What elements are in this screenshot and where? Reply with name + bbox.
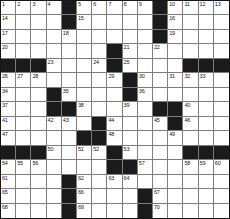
- cell-r6c3[interactable]: 28: [31, 73, 46, 87]
- cell-r2c13[interactable]: [183, 15, 198, 29]
- cell-r11c12[interactable]: [168, 146, 183, 160]
- cell-r8c10[interactable]: [138, 102, 153, 116]
- cell-r10c11[interactable]: [153, 131, 168, 145]
- cell-r1c2[interactable]: 2: [16, 1, 31, 15]
- cell-r1c3[interactable]: 3: [31, 1, 46, 15]
- cell-r3c1[interactable]: 17: [1, 30, 16, 44]
- cell-r8c4-black: [47, 102, 62, 116]
- clue-number: 25: [124, 59, 130, 65]
- cell-r4c1[interactable]: 20: [1, 44, 16, 58]
- cell-r9c8[interactable]: 44: [107, 117, 122, 131]
- cell-r10c6-black: [77, 131, 92, 145]
- cell-r14c1[interactable]: 65: [1, 189, 16, 203]
- clue-number: 57: [139, 160, 145, 166]
- cell-r9c1[interactable]: 41: [1, 117, 16, 131]
- clue-number: 37: [2, 102, 8, 108]
- clue-number: 32: [184, 73, 190, 79]
- cell-r13c14[interactable]: [199, 175, 214, 189]
- cell-r5c13-black: [183, 59, 198, 73]
- cell-r5c11[interactable]: [153, 59, 168, 73]
- clue-number: 13: [215, 1, 221, 7]
- cell-r13c8[interactable]: 63: [107, 175, 122, 189]
- clue-number: 12: [200, 1, 206, 7]
- cell-r15c7[interactable]: [92, 204, 107, 218]
- cell-r15c13[interactable]: [183, 204, 198, 218]
- cell-r12c6[interactable]: [77, 160, 92, 174]
- cell-r9c13[interactable]: 46: [183, 117, 198, 131]
- clue-number: 30: [139, 73, 145, 79]
- cell-r8c7[interactable]: [92, 102, 107, 116]
- clue-number: 43: [63, 117, 69, 123]
- cell-r3c5[interactable]: 18: [62, 30, 77, 44]
- clue-number: 35: [63, 88, 69, 94]
- cell-r12c7[interactable]: [92, 160, 107, 174]
- clue-number: 60: [215, 160, 221, 166]
- cell-r6c12[interactable]: 31: [168, 73, 183, 87]
- cell-r13c5-black: [62, 175, 77, 189]
- cell-r6c6[interactable]: [77, 73, 92, 87]
- cell-r14c3[interactable]: [31, 189, 46, 203]
- cell-r9c15[interactable]: [214, 117, 229, 131]
- cell-r15c8[interactable]: [107, 204, 122, 218]
- clue-number: 68: [2, 204, 8, 210]
- cell-r14c6[interactable]: 66: [77, 189, 92, 203]
- cell-r12c5[interactable]: [62, 160, 77, 174]
- cell-r13c3[interactable]: [31, 175, 46, 189]
- cell-r4c6[interactable]: [77, 44, 92, 58]
- cell-r12c10[interactable]: 57: [138, 160, 153, 174]
- cell-r5c14-black: [199, 59, 214, 73]
- cell-r2c1[interactable]: 14: [1, 15, 16, 29]
- cell-r7c13[interactable]: [183, 88, 198, 102]
- clue-number: 19: [169, 30, 175, 36]
- cell-r5c8-black: [107, 59, 122, 73]
- cell-r5c3-black: [31, 59, 46, 73]
- cell-r5c4[interactable]: 23: [47, 59, 62, 73]
- cell-r3c2[interactable]: [16, 30, 31, 44]
- cell-r2c12[interactable]: 16: [168, 15, 183, 29]
- cell-r10c10[interactable]: [138, 131, 153, 145]
- cell-r11c9[interactable]: 53: [123, 146, 138, 160]
- cell-r15c2[interactable]: [16, 204, 31, 218]
- cell-r12c15[interactable]: 60: [214, 160, 229, 174]
- cell-r1c7[interactable]: 6: [92, 1, 107, 15]
- cell-r11c2-black: [16, 146, 31, 160]
- clue-number: 16: [169, 15, 175, 21]
- cell-r4c15[interactable]: [214, 44, 229, 58]
- clue-number: 27: [17, 73, 23, 79]
- cell-r5c12[interactable]: [168, 59, 183, 73]
- cell-r2c10[interactable]: [138, 15, 153, 29]
- cell-r4c7[interactable]: [92, 44, 107, 58]
- clue-number: 51: [78, 146, 84, 152]
- cell-r12c14[interactable]: 59: [199, 160, 214, 174]
- cell-r7c8[interactable]: [107, 88, 122, 102]
- cell-r1c15[interactable]: 13: [214, 1, 229, 15]
- cell-r11c1-black: [1, 146, 16, 160]
- clue-number: 58: [184, 160, 190, 166]
- clue-number: 40: [184, 102, 190, 108]
- clue-number: 66: [78, 189, 84, 195]
- cell-r2c15[interactable]: [214, 15, 229, 29]
- cell-r10c14[interactable]: [199, 131, 214, 145]
- cell-r6c14[interactable]: 33: [199, 73, 214, 87]
- cell-r11c15-black: [214, 146, 229, 160]
- cell-r1c6[interactable]: 5: [77, 1, 92, 15]
- clue-number: 64: [124, 175, 130, 181]
- clue-number: 3: [32, 1, 35, 7]
- cell-r10c12[interactable]: 49: [168, 131, 183, 145]
- cell-r12c1[interactable]: 54: [1, 160, 16, 174]
- cell-r9c10[interactable]: [138, 117, 153, 131]
- cell-r13c6[interactable]: 62: [77, 175, 92, 189]
- cell-r3c4[interactable]: [47, 30, 62, 44]
- clue-number: 2: [17, 1, 20, 7]
- cell-r12c3[interactable]: 56: [31, 160, 46, 174]
- cell-r1c10[interactable]: 9: [138, 1, 153, 15]
- clue-number: 11: [184, 1, 189, 7]
- cell-r14c14[interactable]: [199, 189, 214, 203]
- clue-number: 55: [17, 160, 23, 166]
- cell-r3c14[interactable]: [199, 30, 214, 44]
- cell-r11c8-black: [107, 146, 122, 160]
- cell-r14c9[interactable]: [123, 189, 138, 203]
- cell-r6c8[interactable]: 29: [107, 73, 122, 87]
- clue-number: 34: [2, 88, 8, 94]
- cell-r10c15[interactable]: [214, 131, 229, 145]
- cell-r7c11[interactable]: [153, 88, 168, 102]
- clue-number: 1: [2, 1, 5, 7]
- cell-r8c1[interactable]: 37: [1, 102, 16, 116]
- cell-r1c9[interactable]: 8: [123, 1, 138, 15]
- cell-r3c15[interactable]: [214, 30, 229, 44]
- clue-number: 53: [124, 146, 130, 152]
- cell-r5c7[interactable]: 24: [92, 59, 107, 73]
- cell-r1c8[interactable]: 7: [107, 1, 122, 15]
- clue-number: 47: [2, 131, 8, 137]
- clue-number: 39: [124, 102, 130, 108]
- cell-r5c6[interactable]: [77, 59, 92, 73]
- clue-number: 44: [108, 117, 114, 123]
- clue-number: 63: [108, 175, 114, 181]
- cell-r5c9[interactable]: 25: [123, 59, 138, 73]
- clue-number: 49: [169, 131, 175, 137]
- cell-r15c14[interactable]: [199, 204, 214, 218]
- cell-r5c10[interactable]: [138, 59, 153, 73]
- cell-r6c15[interactable]: [214, 73, 229, 87]
- crossword-grid: 1234567891011121314151617181920212223242…: [1, 1, 229, 218]
- cell-r14c10-black: [138, 189, 153, 203]
- cell-r2c7[interactable]: [92, 15, 107, 29]
- cell-r4c4[interactable]: [47, 44, 62, 58]
- cell-r10c3[interactable]: [31, 131, 46, 145]
- cell-r2c2[interactable]: [16, 15, 31, 29]
- cell-r5c15-black: [214, 59, 229, 73]
- cell-r13c15[interactable]: [214, 175, 229, 189]
- cell-r8c8[interactable]: [107, 102, 122, 116]
- clue-number: 9: [139, 1, 142, 7]
- cell-r6c4[interactable]: [47, 73, 62, 87]
- cell-r13c10[interactable]: [138, 175, 153, 189]
- clue-number: 28: [32, 73, 38, 79]
- cell-r11c7[interactable]: 52: [92, 146, 107, 160]
- cell-r14c13[interactable]: [183, 189, 198, 203]
- clue-number: 15: [78, 15, 84, 21]
- clue-number: 5: [78, 1, 81, 7]
- cell-r9c2[interactable]: [16, 117, 31, 131]
- cell-r7c14[interactable]: [199, 88, 214, 102]
- cell-r13c11[interactable]: [153, 175, 168, 189]
- cell-r1c12[interactable]: 10: [168, 1, 183, 15]
- cell-r9c4[interactable]: 42: [47, 117, 62, 131]
- cell-r1c13[interactable]: 11: [183, 1, 198, 15]
- cell-r15c3[interactable]: [31, 204, 46, 218]
- clue-number: 4: [48, 1, 51, 7]
- cell-r9c14[interactable]: [199, 117, 214, 131]
- clue-number: 17: [2, 30, 8, 36]
- clue-number: 7: [108, 1, 111, 7]
- cell-r11c3-black: [31, 146, 46, 160]
- cell-r7c12[interactable]: [168, 88, 183, 102]
- clue-number: 6: [93, 1, 96, 7]
- cell-r8c9[interactable]: 39: [123, 102, 138, 116]
- clue-number: 24: [93, 59, 99, 65]
- cell-r6c1[interactable]: 26: [1, 73, 16, 87]
- cell-r14c11[interactable]: 67: [153, 189, 168, 203]
- cell-r12c8-black: [107, 160, 122, 174]
- cell-r4c14[interactable]: [199, 44, 214, 58]
- cell-r8c14[interactable]: [199, 102, 214, 116]
- cell-r5c1-black: [1, 59, 16, 73]
- cell-r6c5[interactable]: [62, 73, 77, 87]
- clue-number: 54: [2, 160, 8, 166]
- cell-r7c3[interactable]: [31, 88, 46, 102]
- cell-r4c12[interactable]: [168, 44, 183, 58]
- cell-r12c13[interactable]: 58: [183, 160, 198, 174]
- cell-r11c4[interactable]: 50: [47, 146, 62, 160]
- clue-number: 56: [32, 160, 38, 166]
- cell-r15c9[interactable]: [123, 204, 138, 218]
- cell-r9c11[interactable]: 45: [153, 117, 168, 131]
- cell-r14c5-black: [62, 189, 77, 203]
- clue-number: 22: [154, 44, 160, 50]
- cell-r12c11[interactable]: [153, 160, 168, 174]
- cell-r7c7[interactable]: [92, 88, 107, 102]
- clue-number: 21: [124, 44, 130, 50]
- clue-number: 45: [154, 117, 160, 123]
- cell-r1c14[interactable]: 12: [199, 1, 214, 15]
- cell-r15c10-black: [138, 204, 153, 218]
- cell-r1c11-black: [153, 1, 168, 15]
- cell-r2c8[interactable]: [107, 15, 122, 29]
- cell-r9c5[interactable]: 43: [62, 117, 77, 131]
- cell-r3c7[interactable]: [92, 30, 107, 44]
- cell-r7c10[interactable]: 36: [138, 88, 153, 102]
- cell-r3c3[interactable]: [31, 30, 46, 44]
- cell-r7c15[interactable]: [214, 88, 229, 102]
- cell-r13c12[interactable]: [168, 175, 183, 189]
- cell-r11c14-black: [199, 146, 214, 160]
- cell-r15c12[interactable]: [168, 204, 183, 218]
- cell-r14c7[interactable]: [92, 189, 107, 203]
- clue-number: 10: [169, 1, 175, 7]
- cell-r6c13[interactable]: 32: [183, 73, 198, 87]
- cell-r13c13[interactable]: [183, 175, 198, 189]
- cell-r2c9[interactable]: [123, 15, 138, 29]
- clue-number: 36: [139, 88, 145, 94]
- cell-r9c7-black: [92, 117, 107, 131]
- clue-number: 14: [2, 15, 8, 21]
- clue-number: 46: [184, 117, 190, 123]
- cell-r4c2[interactable]: [16, 44, 31, 58]
- clue-number: 18: [63, 30, 69, 36]
- cell-r3c9[interactable]: [123, 30, 138, 44]
- cell-r14c4[interactable]: [47, 189, 62, 203]
- cell-r8c11-black: [153, 102, 168, 116]
- cell-r9c6[interactable]: [77, 117, 92, 131]
- cell-r14c15[interactable]: [214, 189, 229, 203]
- cell-r2c3[interactable]: [31, 15, 46, 29]
- cell-r11c5[interactable]: [62, 146, 77, 160]
- cell-r8c15[interactable]: [214, 102, 229, 116]
- cell-r3c6[interactable]: [77, 30, 92, 44]
- cell-r13c4[interactable]: [47, 175, 62, 189]
- cell-r3c10[interactable]: [138, 30, 153, 44]
- cell-r7c2[interactable]: [16, 88, 31, 102]
- cell-r7c5[interactable]: 35: [62, 88, 77, 102]
- cell-r8c13[interactable]: 40: [183, 102, 198, 116]
- clue-number: 31: [169, 73, 175, 79]
- cell-r6c9-black: [123, 73, 138, 87]
- cell-r4c5[interactable]: [62, 44, 77, 58]
- cell-r1c5-black: [62, 1, 77, 15]
- cell-r2c5-black: [62, 15, 77, 29]
- clue-number: 48: [108, 131, 114, 137]
- cell-r3c8[interactable]: [107, 30, 122, 44]
- cell-r2c6[interactable]: 15: [77, 15, 92, 29]
- cell-r11c11[interactable]: [153, 146, 168, 160]
- clue-number: 61: [2, 175, 8, 181]
- clue-number: 26: [2, 73, 8, 79]
- cell-r13c2[interactable]: [16, 175, 31, 189]
- cell-r10c5[interactable]: [62, 131, 77, 145]
- cell-r4c13[interactable]: [183, 44, 198, 58]
- cell-r13c1[interactable]: 61: [1, 175, 16, 189]
- clue-number: 69: [78, 204, 84, 210]
- cell-r15c6[interactable]: 69: [77, 204, 92, 218]
- cell-r11c10[interactable]: [138, 146, 153, 160]
- clue-number: 62: [78, 175, 84, 181]
- clue-number: 65: [2, 189, 8, 195]
- cell-r2c14[interactable]: [199, 15, 214, 29]
- cell-r12c9-black: [123, 160, 138, 174]
- cell-r1c4[interactable]: 4: [47, 1, 62, 15]
- clue-number: 23: [48, 59, 54, 65]
- crossword-board: 1234567891011121314151617181920212223242…: [0, 0, 230, 219]
- cell-r10c13[interactable]: [183, 131, 198, 145]
- cell-r8c3[interactable]: [31, 102, 46, 116]
- cell-r4c3[interactable]: [31, 44, 46, 58]
- clue-number: 67: [154, 189, 160, 195]
- clue-number: 8: [124, 1, 127, 7]
- cell-r15c11[interactable]: 70: [153, 204, 168, 218]
- cell-r12c2[interactable]: 55: [16, 160, 31, 174]
- cell-r10c8[interactable]: 48: [107, 131, 122, 145]
- clue-number: 52: [93, 146, 99, 152]
- cell-r8c12-black: [168, 102, 183, 116]
- cell-r3c12[interactable]: 19: [168, 30, 183, 44]
- cell-r9c9[interactable]: [123, 117, 138, 131]
- cell-r7c6[interactable]: [77, 88, 92, 102]
- clue-number: 20: [2, 44, 8, 50]
- cell-r3c11-black: [153, 30, 168, 44]
- cell-r6c2[interactable]: 27: [16, 73, 31, 87]
- cell-r2c11-black: [153, 15, 168, 29]
- cell-r15c1[interactable]: 68: [1, 204, 16, 218]
- cell-r1c1[interactable]: 1: [1, 1, 16, 15]
- cell-r6c10[interactable]: 30: [138, 73, 153, 87]
- cell-r10c7-black: [92, 131, 107, 145]
- clue-number: 38: [78, 102, 84, 108]
- clue-number: 70: [154, 204, 160, 210]
- cell-r14c12[interactable]: [168, 189, 183, 203]
- cell-r8c6[interactable]: 38: [77, 102, 92, 116]
- cell-r12c12[interactable]: [168, 160, 183, 174]
- cell-r3c13[interactable]: [183, 30, 198, 44]
- cell-r15c5-black: [62, 204, 77, 218]
- cell-r8c5-black: [62, 102, 77, 116]
- cell-r8c2[interactable]: [16, 102, 31, 116]
- clue-number: 41: [2, 117, 8, 123]
- cell-r2c4[interactable]: [47, 15, 62, 29]
- clue-number: 42: [48, 117, 54, 123]
- cell-r10c2[interactable]: [16, 131, 31, 145]
- cell-r4c9[interactable]: 21: [123, 44, 138, 58]
- cell-r4c8-black: [107, 44, 122, 58]
- cell-r15c15[interactable]: [214, 204, 229, 218]
- cell-r15c4[interactable]: [47, 204, 62, 218]
- cell-r4c10[interactable]: [138, 44, 153, 58]
- cell-r10c1[interactable]: 47: [1, 131, 16, 145]
- cell-r9c12-black: [168, 117, 183, 131]
- cell-r5c5[interactable]: [62, 59, 77, 73]
- cell-r9c3[interactable]: [31, 117, 46, 131]
- cell-r7c1[interactable]: 34: [1, 88, 16, 102]
- cell-r11c6[interactable]: 51: [77, 146, 92, 160]
- cell-r14c2[interactable]: [16, 189, 31, 203]
- cell-r7c9-black: [123, 88, 138, 102]
- cell-r6c11[interactable]: [153, 73, 168, 87]
- clue-number: 33: [200, 73, 206, 79]
- cell-r10c4[interactable]: [47, 131, 62, 145]
- clue-number: 29: [108, 73, 114, 79]
- cell-r13c7[interactable]: [92, 175, 107, 189]
- cell-r11c13-black: [183, 146, 198, 160]
- cell-r14c8[interactable]: [107, 189, 122, 203]
- clue-number: 50: [48, 146, 54, 152]
- cell-r7c4-black: [47, 88, 62, 102]
- cell-r5c2-black: [16, 59, 31, 73]
- cell-r10c9[interactable]: [123, 131, 138, 145]
- cell-r13c9[interactable]: 64: [123, 175, 138, 189]
- clue-number: 59: [200, 160, 206, 166]
- cell-r4c11[interactable]: 22: [153, 44, 168, 58]
- cell-r12c4[interactable]: [47, 160, 62, 174]
- cell-r6c7[interactable]: [92, 73, 107, 87]
